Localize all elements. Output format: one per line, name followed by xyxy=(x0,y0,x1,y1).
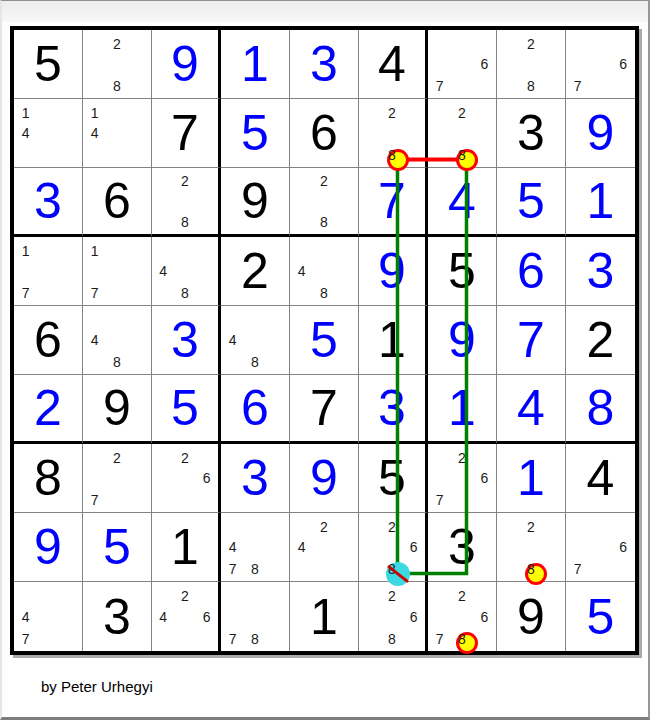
cell-r3c7[interactable]: 4 xyxy=(428,168,497,237)
cell-r9c3[interactable]: 246 xyxy=(152,582,221,651)
cell-r5c7[interactable]: 9 xyxy=(428,306,497,375)
candidate-6: 6 xyxy=(410,540,418,554)
cell-r8c8[interactable]: 28 xyxy=(497,513,566,582)
given-digit: 3 xyxy=(497,99,565,167)
candidate-4: 4 xyxy=(91,126,99,140)
given-digit: 5 xyxy=(428,237,496,305)
cell-r2c2[interactable]: 14 xyxy=(83,99,152,168)
candidate-8: 8 xyxy=(320,215,328,229)
cell-r1c2[interactable]: 28 xyxy=(83,30,152,99)
candidate-7: 7 xyxy=(229,632,237,646)
cell-r6c3[interactable]: 5 xyxy=(152,375,221,444)
solved-digit: 5 xyxy=(83,513,151,581)
candidate-2: 2 xyxy=(458,106,466,120)
given-digit: 7 xyxy=(290,375,358,441)
solved-digit: 9 xyxy=(14,513,82,581)
solved-digit: 3 xyxy=(566,237,635,305)
given-digit: 6 xyxy=(83,168,151,234)
given-digit: 7 xyxy=(152,99,218,167)
cell-r3c8[interactable]: 5 xyxy=(497,168,566,237)
solved-digit: 9 xyxy=(152,30,218,98)
solved-digit: 5 xyxy=(290,306,358,374)
candidate-6: 6 xyxy=(203,471,211,485)
cell-r1c8[interactable]: 28 xyxy=(497,30,566,99)
candidate-8: 8 xyxy=(251,562,259,576)
cell-r5c8[interactable]: 7 xyxy=(497,306,566,375)
cell-r8c5[interactable]: 24 xyxy=(290,513,359,582)
candidate-1: 1 xyxy=(91,106,99,120)
given-digit: 6 xyxy=(290,99,358,167)
candidate-2: 2 xyxy=(527,37,535,51)
cell-r7c4[interactable]: 3 xyxy=(221,444,290,513)
cell-r6c4[interactable]: 6 xyxy=(221,375,290,444)
cell-r1c4[interactable]: 1 xyxy=(221,30,290,99)
sudoku-board: 5289134672867141475628283936289287451171… xyxy=(10,26,639,655)
cell-r2c7[interactable]: 28 xyxy=(428,99,497,168)
candidate-6: 6 xyxy=(410,610,418,624)
cell-r3c9[interactable]: 1 xyxy=(566,168,635,237)
solved-digit: 5 xyxy=(152,375,218,441)
candidate-7: 7 xyxy=(436,493,444,507)
candidate-8: 8 xyxy=(388,632,396,646)
cell-r4c1[interactable]: 17 xyxy=(14,237,83,306)
candidate-8: 8 xyxy=(251,355,259,369)
cell-r4c6[interactable]: 9 xyxy=(359,237,428,306)
solved-digit: 5 xyxy=(566,582,635,651)
candidate-8: 8 xyxy=(113,355,121,369)
solved-digit: 5 xyxy=(221,99,289,167)
cell-r7c8[interactable]: 1 xyxy=(497,444,566,513)
given-digit: 8 xyxy=(14,444,82,512)
candidate-7: 7 xyxy=(574,562,582,576)
candidate-1: 1 xyxy=(91,244,99,258)
cell-r4c7[interactable]: 5 xyxy=(428,237,497,306)
candidate-6: 6 xyxy=(203,610,211,624)
candidate-8: 8 xyxy=(458,632,466,646)
candidate-2: 2 xyxy=(181,174,189,188)
cell-r6c9[interactable]: 8 xyxy=(566,375,635,444)
candidate-8: 8 xyxy=(181,215,189,229)
cell-r1c1[interactable]: 5 xyxy=(14,30,83,99)
cell-r5c2[interactable]: 48 xyxy=(83,306,152,375)
given-digit: 3 xyxy=(428,513,496,581)
solved-digit: 9 xyxy=(290,444,358,512)
cell-r8c9[interactable]: 67 xyxy=(566,513,635,582)
cell-r3c2[interactable]: 6 xyxy=(83,168,152,237)
given-digit: 6 xyxy=(14,306,82,374)
cell-r8c7[interactable]: 3 xyxy=(428,513,497,582)
candidate-2: 2 xyxy=(113,451,121,465)
solved-digit: 8 xyxy=(566,375,635,441)
candidate-2: 2 xyxy=(458,451,466,465)
given-digit: 2 xyxy=(566,306,635,374)
cell-r4c9[interactable]: 3 xyxy=(566,237,635,306)
candidate-4: 4 xyxy=(298,264,306,278)
candidate-6: 6 xyxy=(619,540,627,554)
candidate-2: 2 xyxy=(458,589,466,603)
cell-r4c4[interactable]: 2 xyxy=(221,237,290,306)
solved-digit: 7 xyxy=(497,306,565,374)
cell-r7c9[interactable]: 4 xyxy=(566,444,635,513)
cell-r9c2[interactable]: 3 xyxy=(83,582,152,651)
cell-r4c8[interactable]: 6 xyxy=(497,237,566,306)
given-digit: 5 xyxy=(359,444,425,512)
cell-r6c8[interactable]: 4 xyxy=(497,375,566,444)
cell-r5c1[interactable]: 6 xyxy=(14,306,83,375)
cell-r5c9[interactable]: 2 xyxy=(566,306,635,375)
cell-r6c7[interactable]: 1 xyxy=(428,375,497,444)
cell-r3c3[interactable]: 28 xyxy=(152,168,221,237)
cell-r7c6[interactable]: 5 xyxy=(359,444,428,513)
candidate-2: 2 xyxy=(388,589,396,603)
cell-r7c1[interactable]: 8 xyxy=(14,444,83,513)
solved-digit: 1 xyxy=(428,375,496,441)
candidate-1: 1 xyxy=(22,106,30,120)
solved-digit: 3 xyxy=(221,444,289,512)
candidate-7: 7 xyxy=(436,79,444,93)
candidate-4: 4 xyxy=(91,333,99,347)
solved-digit: 3 xyxy=(290,30,358,98)
candidate-2: 2 xyxy=(320,174,328,188)
candidate-4: 4 xyxy=(159,610,167,624)
solved-digit: 6 xyxy=(497,237,565,305)
solved-digit: 1 xyxy=(221,30,289,98)
solved-digit: 3 xyxy=(152,306,218,374)
candidate-4: 4 xyxy=(159,264,167,278)
candidate-4: 4 xyxy=(229,540,237,554)
cell-r1c9[interactable]: 67 xyxy=(566,30,635,99)
cell-r6c5[interactable]: 7 xyxy=(290,375,359,444)
candidate-4: 4 xyxy=(22,610,30,624)
candidate-2: 2 xyxy=(113,37,121,51)
solved-digit: 6 xyxy=(221,375,289,441)
cell-r9c8[interactable]: 9 xyxy=(497,582,566,651)
solved-digit: 9 xyxy=(566,99,635,167)
cell-r5c3[interactable]: 3 xyxy=(152,306,221,375)
cell-r9c7[interactable]: 2678 xyxy=(428,582,497,651)
given-digit: 9 xyxy=(221,168,289,234)
cell-r4c5[interactable]: 48 xyxy=(290,237,359,306)
cell-r3c1[interactable]: 3 xyxy=(14,168,83,237)
solved-digit: 3 xyxy=(359,375,425,441)
cell-r5c4[interactable]: 48 xyxy=(221,306,290,375)
given-digit: 1 xyxy=(359,306,425,374)
cell-r8c3[interactable]: 1 xyxy=(152,513,221,582)
candidate-7: 7 xyxy=(436,632,444,646)
given-digit: 3 xyxy=(83,582,151,651)
cell-r4c3[interactable]: 48 xyxy=(152,237,221,306)
cell-r3c6[interactable]: 7 xyxy=(359,168,428,237)
solved-digit: 2 xyxy=(14,375,82,441)
cell-r9c6[interactable]: 268 xyxy=(359,582,428,651)
given-digit: 1 xyxy=(152,513,218,581)
cell-r1c6[interactable]: 4 xyxy=(359,30,428,99)
candidate-4: 4 xyxy=(22,126,30,140)
cell-r4c2[interactable]: 17 xyxy=(83,237,152,306)
candidate-7: 7 xyxy=(91,286,99,300)
given-digit: 4 xyxy=(359,30,425,98)
candidate-8: 8 xyxy=(251,632,259,646)
cell-r1c7[interactable]: 67 xyxy=(428,30,497,99)
cell-r2c6[interactable]: 28 xyxy=(359,99,428,168)
puzzle-author-caption: by Peter Urhegyi xyxy=(41,678,153,695)
cell-r6c6[interactable]: 3 xyxy=(359,375,428,444)
candidate-7: 7 xyxy=(22,286,30,300)
candidate-6: 6 xyxy=(619,57,627,71)
candidate-7: 7 xyxy=(574,79,582,93)
cell-r3c5[interactable]: 28 xyxy=(290,168,359,237)
cell-r7c7[interactable]: 267 xyxy=(428,444,497,513)
cell-r1c3[interactable]: 9 xyxy=(152,30,221,99)
candidate-8: 8 xyxy=(388,148,396,162)
candidate-8: 8 xyxy=(527,562,535,576)
cell-r8c1[interactable]: 9 xyxy=(14,513,83,582)
candidate-6: 6 xyxy=(481,610,489,624)
candidate-6: 6 xyxy=(481,57,489,71)
candidate-7: 7 xyxy=(22,632,30,646)
cell-r3c4[interactable]: 9 xyxy=(221,168,290,237)
solved-digit: 9 xyxy=(359,237,425,305)
candidate-8: 8 xyxy=(113,79,121,93)
candidate-2: 2 xyxy=(181,451,189,465)
given-digit: 9 xyxy=(497,582,565,651)
candidate-8: 8 xyxy=(320,286,328,300)
cell-r9c5[interactable]: 1 xyxy=(290,582,359,651)
cell-r7c3[interactable]: 26 xyxy=(152,444,221,513)
cell-r5c5[interactable]: 5 xyxy=(290,306,359,375)
cell-r2c4[interactable]: 5 xyxy=(221,99,290,168)
given-digit: 9 xyxy=(83,375,151,441)
cell-r2c1[interactable]: 14 xyxy=(14,99,83,168)
given-digit: 2 xyxy=(221,237,289,305)
candidate-2: 2 xyxy=(181,589,189,603)
solved-digit: 1 xyxy=(497,444,565,512)
solved-digit: 9 xyxy=(428,306,496,374)
given-digit: 1 xyxy=(290,582,358,651)
solved-digit: 5 xyxy=(497,168,565,234)
cell-r2c9[interactable]: 9 xyxy=(566,99,635,168)
candidate-4: 4 xyxy=(298,540,306,554)
candidate-6: 6 xyxy=(481,471,489,485)
cell-r9c4[interactable]: 78 xyxy=(221,582,290,651)
cell-r6c1[interactable]: 2 xyxy=(14,375,83,444)
given-digit: 4 xyxy=(566,444,635,512)
cell-r9c1[interactable]: 47 xyxy=(14,582,83,651)
cell-r2c3[interactable]: 7 xyxy=(152,99,221,168)
cell-r1c5[interactable]: 3 xyxy=(290,30,359,99)
cell-r5c6[interactable]: 1 xyxy=(359,306,428,375)
cell-r8c2[interactable]: 5 xyxy=(83,513,152,582)
candidate-2: 2 xyxy=(388,520,396,534)
cell-r7c5[interactable]: 9 xyxy=(290,444,359,513)
cell-r2c5[interactable]: 6 xyxy=(290,99,359,168)
candidate-2: 2 xyxy=(320,520,328,534)
candidate-2: 2 xyxy=(388,106,396,120)
cell-r6c2[interactable]: 9 xyxy=(83,375,152,444)
titlebar xyxy=(0,0,650,22)
candidate-8: 8 xyxy=(181,286,189,300)
solved-digit: 4 xyxy=(497,375,565,441)
solved-digit: 4 xyxy=(428,168,496,234)
candidate-7: 7 xyxy=(229,562,237,576)
candidate-7: 7 xyxy=(91,493,99,507)
candidate-1: 1 xyxy=(22,244,30,258)
cell-r8c4[interactable]: 478 xyxy=(221,513,290,582)
candidate-4: 4 xyxy=(229,333,237,347)
cell-r9c9[interactable]: 5 xyxy=(566,582,635,651)
solved-digit: 3 xyxy=(14,168,82,234)
cell-r7c2[interactable]: 27 xyxy=(83,444,152,513)
solved-digit: 1 xyxy=(566,168,635,234)
solved-digit: 7 xyxy=(359,168,425,234)
given-digit: 5 xyxy=(14,30,82,98)
candidate-8: 8 xyxy=(527,79,535,93)
cell-r2c8[interactable]: 3 xyxy=(497,99,566,168)
candidate-2: 2 xyxy=(527,520,535,534)
candidate-8: 8 xyxy=(458,148,466,162)
